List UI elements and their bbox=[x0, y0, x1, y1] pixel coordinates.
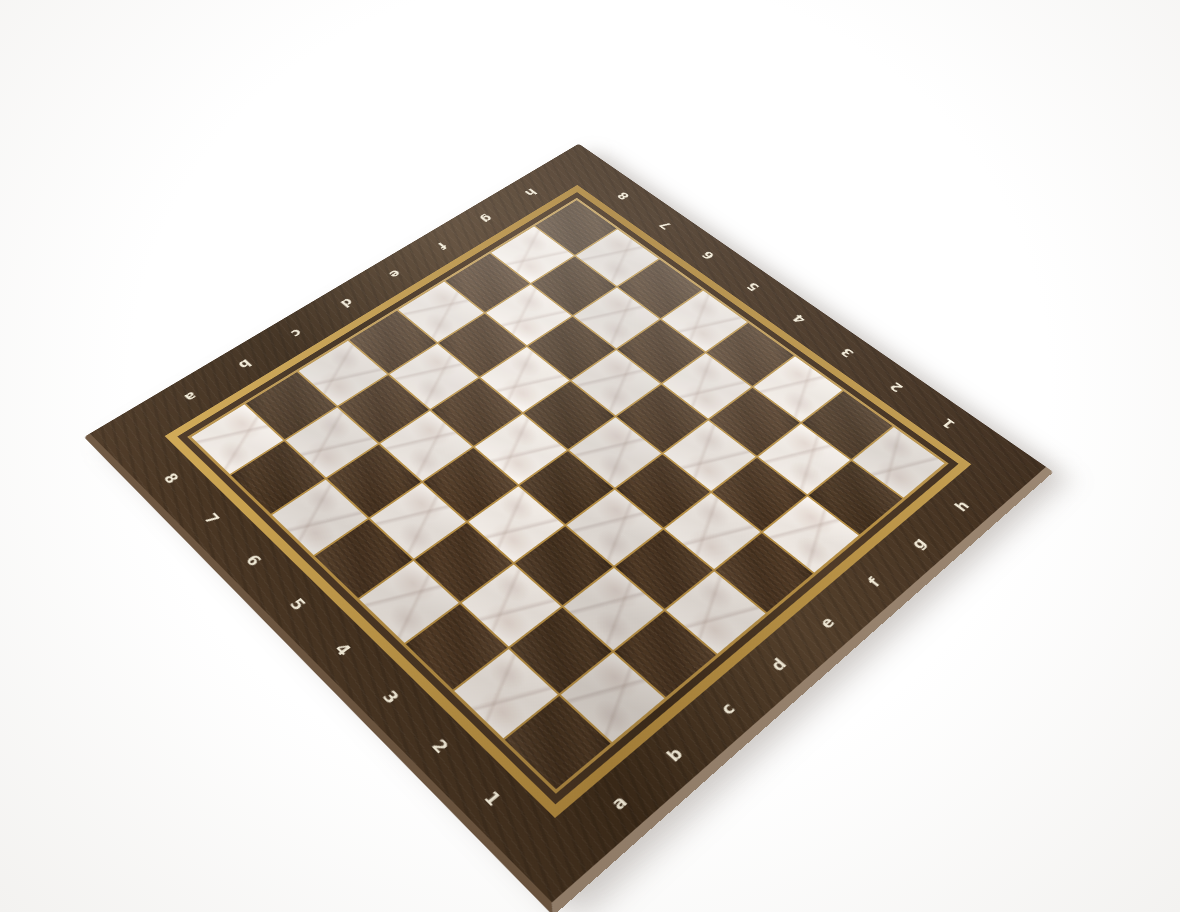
board-grid bbox=[191, 200, 944, 789]
photo-scene: abcdefgh abcdefgh 87654321 87654321 bbox=[0, 0, 1180, 912]
playing-field bbox=[187, 198, 948, 794]
chess-board: abcdefgh abcdefgh 87654321 87654321 bbox=[84, 144, 1054, 912]
